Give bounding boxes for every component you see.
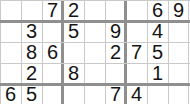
cell-r3c6[interactable]: 2 <box>105 42 126 63</box>
cell-r5c4[interactable] <box>63 84 84 104</box>
cell-r3c7[interactable]: 7 <box>126 42 147 63</box>
cell-r4c4[interactable]: 8 <box>63 63 84 84</box>
cell-r4c6[interactable] <box>105 63 126 84</box>
cell-r3c5[interactable] <box>84 42 105 63</box>
cell-r5c9[interactable] <box>168 84 189 104</box>
cell-r2c7[interactable] <box>126 21 147 42</box>
cell-r2c6[interactable]: 9 <box>105 21 126 42</box>
cell-r4c2[interactable]: 2 <box>21 63 42 84</box>
cell-r5c3[interactable] <box>42 84 63 104</box>
cell-r4c9[interactable] <box>168 63 189 84</box>
cell-r2c3[interactable] <box>42 21 63 42</box>
cell-r4c7[interactable] <box>126 63 147 84</box>
cell-r2c5[interactable] <box>84 21 105 42</box>
cell-r1c5[interactable] <box>84 0 105 21</box>
cell-r1c3[interactable]: 7 <box>42 0 63 21</box>
cell-r3c2[interactable]: 8 <box>21 42 42 63</box>
cell-r4c1[interactable] <box>0 63 21 84</box>
cell-r5c2[interactable]: 5 <box>21 84 42 104</box>
cell-r5c7[interactable]: 4 <box>126 84 147 104</box>
cell-r5c1[interactable]: 6 <box>0 84 21 104</box>
cell-r2c1[interactable] <box>0 21 21 42</box>
cell-r5c6[interactable]: 7 <box>105 84 126 104</box>
cell-r1c8[interactable]: 6 <box>147 0 168 21</box>
cell-r4c5[interactable] <box>84 63 105 84</box>
cell-r1c2[interactable] <box>21 0 42 21</box>
cell-r4c3[interactable] <box>42 63 63 84</box>
cell-r5c5[interactable] <box>84 84 105 104</box>
cell-r3c8[interactable]: 5 <box>147 42 168 63</box>
cell-r1c1[interactable] <box>0 0 21 21</box>
cell-r3c1[interactable] <box>0 42 21 63</box>
cell-r1c4[interactable]: 2 <box>63 0 84 21</box>
cell-r5c8[interactable] <box>147 84 168 104</box>
cell-r3c4[interactable] <box>63 42 84 63</box>
cell-r3c9[interactable] <box>168 42 189 63</box>
sudoku-board: 72693594862752816574 <box>0 0 190 104</box>
cell-r3c3[interactable]: 6 <box>42 42 63 63</box>
cell-r2c9[interactable] <box>168 21 189 42</box>
cell-r2c4[interactable]: 5 <box>63 21 84 42</box>
cell-r4c8[interactable]: 1 <box>147 63 168 84</box>
cell-r1c6[interactable] <box>105 0 126 21</box>
cell-r2c8[interactable]: 4 <box>147 21 168 42</box>
cell-r1c9[interactable]: 9 <box>168 0 189 21</box>
cell-r2c2[interactable]: 3 <box>21 21 42 42</box>
sudoku-grid: 72693594862752816574 <box>0 0 189 104</box>
cell-r1c7[interactable] <box>126 0 147 21</box>
